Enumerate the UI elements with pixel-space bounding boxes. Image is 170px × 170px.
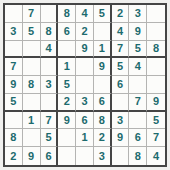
sudoku-cell[interactable]: 9 bbox=[129, 23, 147, 41]
sudoku-cell[interactable]: 8 bbox=[94, 112, 112, 130]
sudoku-cell[interactable]: 9 bbox=[58, 112, 76, 130]
sudoku-cell[interactable] bbox=[23, 129, 41, 147]
sudoku-cell[interactable]: 5 bbox=[58, 76, 76, 94]
sudoku-cell[interactable]: 1 bbox=[76, 129, 94, 147]
sudoku-cell[interactable]: 5 bbox=[112, 58, 130, 76]
sudoku-cell[interactable] bbox=[147, 5, 165, 23]
sudoku-board: 7845233586249491758719549835652367917968… bbox=[3, 3, 167, 167]
sudoku-cell[interactable]: 9 bbox=[76, 41, 94, 59]
sudoku-cell[interactable] bbox=[58, 147, 76, 165]
sudoku-cell[interactable] bbox=[147, 23, 165, 41]
sudoku-cell[interactable]: 2 bbox=[58, 94, 76, 112]
sudoku-cell[interactable]: 1 bbox=[94, 41, 112, 59]
sudoku-cell[interactable]: 2 bbox=[5, 147, 23, 165]
sudoku-cell[interactable]: 6 bbox=[94, 94, 112, 112]
sudoku-page: 7845233586249491758719549835652367917968… bbox=[0, 0, 170, 170]
sudoku-cell[interactable] bbox=[5, 112, 23, 130]
sudoku-cell[interactable] bbox=[94, 23, 112, 41]
sudoku-cell[interactable] bbox=[58, 129, 76, 147]
sudoku-cell[interactable]: 8 bbox=[129, 147, 147, 165]
sudoku-cell[interactable] bbox=[147, 58, 165, 76]
sudoku-cell[interactable]: 3 bbox=[5, 23, 23, 41]
sudoku-cell[interactable]: 8 bbox=[41, 23, 59, 41]
sudoku-cell[interactable] bbox=[76, 147, 94, 165]
sudoku-cell[interactable] bbox=[129, 112, 147, 130]
sudoku-cell[interactable] bbox=[23, 94, 41, 112]
sudoku-cell[interactable]: 5 bbox=[23, 23, 41, 41]
sudoku-cell[interactable] bbox=[5, 41, 23, 59]
sudoku-cell[interactable]: 1 bbox=[23, 112, 41, 130]
sudoku-cell[interactable]: 8 bbox=[5, 129, 23, 147]
sudoku-cell[interactable]: 3 bbox=[76, 94, 94, 112]
sudoku-cell[interactable]: 7 bbox=[147, 129, 165, 147]
sudoku-cell[interactable]: 7 bbox=[5, 58, 23, 76]
sudoku-cell[interactable]: 3 bbox=[94, 147, 112, 165]
sudoku-cell[interactable]: 6 bbox=[112, 76, 130, 94]
sudoku-cell[interactable]: 2 bbox=[94, 129, 112, 147]
sudoku-cell[interactable]: 9 bbox=[23, 147, 41, 165]
sudoku-cell[interactable] bbox=[76, 76, 94, 94]
sudoku-cell[interactable] bbox=[23, 41, 41, 59]
sudoku-cell[interactable]: 4 bbox=[112, 23, 130, 41]
sudoku-cell[interactable]: 1 bbox=[58, 58, 76, 76]
sudoku-cell[interactable]: 7 bbox=[41, 112, 59, 130]
sudoku-cell[interactable] bbox=[41, 58, 59, 76]
sudoku-cell[interactable]: 2 bbox=[76, 23, 94, 41]
sudoku-cell[interactable]: 7 bbox=[112, 41, 130, 59]
sudoku-cell[interactable] bbox=[41, 5, 59, 23]
sudoku-cell[interactable]: 4 bbox=[76, 5, 94, 23]
sudoku-cell[interactable]: 9 bbox=[147, 94, 165, 112]
sudoku-cell[interactable]: 9 bbox=[112, 129, 130, 147]
sudoku-cell[interactable] bbox=[129, 76, 147, 94]
sudoku-cell[interactable]: 5 bbox=[94, 5, 112, 23]
sudoku-cell[interactable] bbox=[112, 147, 130, 165]
sudoku-cell[interactable]: 6 bbox=[58, 23, 76, 41]
sudoku-cell[interactable]: 7 bbox=[129, 94, 147, 112]
sudoku-cell[interactable]: 4 bbox=[147, 147, 165, 165]
sudoku-cell[interactable] bbox=[23, 58, 41, 76]
sudoku-cell[interactable] bbox=[147, 76, 165, 94]
sudoku-cell[interactable]: 2 bbox=[112, 5, 130, 23]
sudoku-cell[interactable] bbox=[5, 5, 23, 23]
sudoku-cell[interactable]: 5 bbox=[41, 129, 59, 147]
sudoku-cell[interactable]: 9 bbox=[94, 58, 112, 76]
sudoku-cell[interactable]: 4 bbox=[129, 58, 147, 76]
sudoku-cell[interactable] bbox=[94, 76, 112, 94]
sudoku-cell[interactable] bbox=[58, 41, 76, 59]
sudoku-cell[interactable] bbox=[112, 94, 130, 112]
sudoku-cell[interactable]: 5 bbox=[129, 41, 147, 59]
sudoku-cell[interactable]: 5 bbox=[147, 112, 165, 130]
sudoku-cell[interactable]: 8 bbox=[23, 76, 41, 94]
sudoku-cell[interactable]: 3 bbox=[129, 5, 147, 23]
sudoku-cell[interactable]: 6 bbox=[129, 129, 147, 147]
sudoku-cell[interactable]: 8 bbox=[58, 5, 76, 23]
sudoku-cell[interactable]: 4 bbox=[41, 41, 59, 59]
sudoku-cell[interactable]: 8 bbox=[147, 41, 165, 59]
sudoku-cell[interactable]: 3 bbox=[41, 76, 59, 94]
sudoku-cell[interactable]: 5 bbox=[5, 94, 23, 112]
sudoku-cell[interactable]: 7 bbox=[23, 5, 41, 23]
sudoku-cell[interactable]: 6 bbox=[41, 147, 59, 165]
sudoku-cell[interactable]: 9 bbox=[5, 76, 23, 94]
sudoku-cell[interactable]: 6 bbox=[76, 112, 94, 130]
sudoku-cell[interactable] bbox=[76, 58, 94, 76]
sudoku-cell[interactable] bbox=[41, 94, 59, 112]
sudoku-cell[interactable]: 3 bbox=[112, 112, 130, 130]
